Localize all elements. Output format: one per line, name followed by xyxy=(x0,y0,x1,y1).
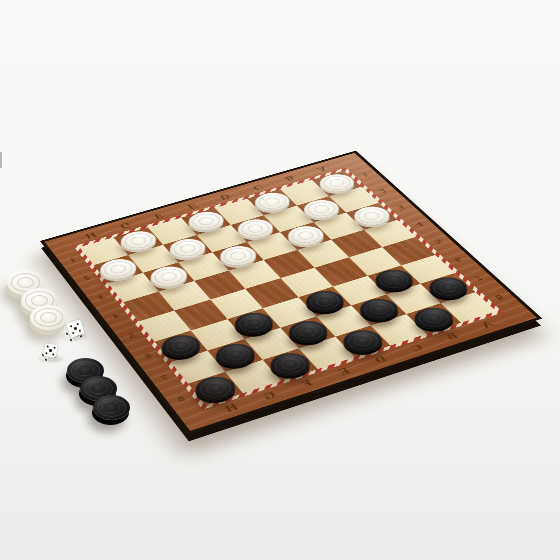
white-reserve-piece-3 xyxy=(30,305,67,330)
white-man-b2 xyxy=(298,197,345,222)
black-man-d6 xyxy=(300,287,350,315)
white-man-c3 xyxy=(282,223,330,249)
die-pip xyxy=(49,349,52,352)
black-man-f6 xyxy=(229,309,279,338)
white-man-d2 xyxy=(232,216,279,241)
white-man-e3 xyxy=(214,243,262,269)
die-pip xyxy=(69,324,72,327)
black-man-g7 xyxy=(210,340,261,371)
die-pip xyxy=(76,322,79,325)
white-man-f2 xyxy=(164,235,211,261)
photo-edge-artifact xyxy=(0,152,2,168)
die-pip xyxy=(45,351,48,354)
die-pip xyxy=(66,332,68,335)
die-pip xyxy=(69,338,71,341)
die-pip xyxy=(74,326,77,329)
board-pieces-layer xyxy=(79,171,496,406)
checkers-set-photo: ABCDEFGH ABCDEFGH 12345678 12345678 xyxy=(0,0,560,560)
die-pip xyxy=(51,352,54,355)
die-top-face-5 xyxy=(42,342,57,357)
white-man-g3 xyxy=(145,263,193,290)
die-pip xyxy=(52,346,55,349)
die-pip xyxy=(46,345,49,348)
die-pip xyxy=(44,358,46,361)
die-pip xyxy=(78,329,81,332)
black-man-e7 xyxy=(282,317,333,347)
black-man-b6 xyxy=(369,266,419,294)
black-reserve-piece-3 xyxy=(93,395,130,420)
die-pip xyxy=(71,331,74,334)
die-pip xyxy=(79,335,81,337)
black-man-c7 xyxy=(353,295,404,324)
